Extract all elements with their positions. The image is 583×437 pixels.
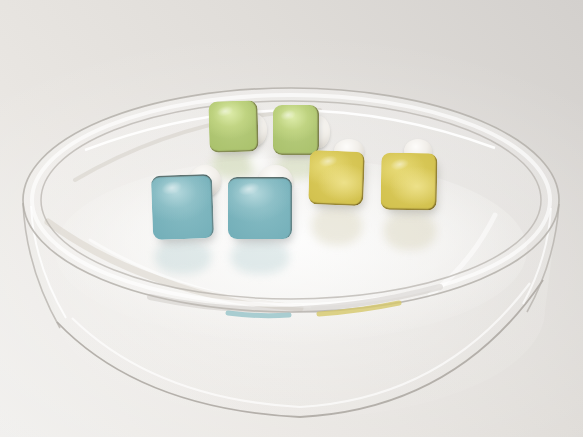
reflection-yellow-right — [384, 212, 436, 250]
front-band-teal-reflection — [228, 313, 289, 316]
earring-green-left — [209, 101, 258, 152]
earring-face-teal — [151, 174, 214, 240]
reflection-teal-right — [231, 240, 289, 274]
earring-yellow-left — [309, 151, 364, 205]
reflection-yellow-left — [312, 207, 362, 245]
earring-teal-left — [152, 175, 213, 239]
earring-face-green — [208, 100, 258, 152]
earring-face-yellow — [381, 153, 438, 211]
earring-teal-right — [228, 177, 292, 239]
earring-face-green — [273, 105, 319, 155]
reflection-teal-left — [155, 240, 211, 274]
earring-yellow-right — [381, 153, 437, 210]
earring-green-right — [273, 105, 319, 155]
earring-face-teal — [228, 177, 292, 239]
earring-face-yellow — [308, 150, 365, 206]
photo-stage — [0, 0, 583, 437]
